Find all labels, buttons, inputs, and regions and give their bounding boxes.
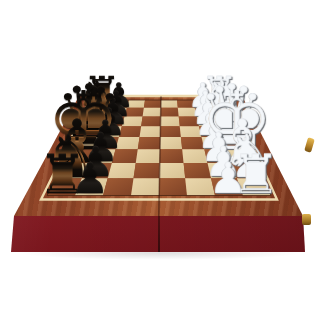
piece-shadow xyxy=(59,142,107,150)
piece-shadow xyxy=(231,171,267,179)
white-pawn: ♟ xyxy=(163,78,243,112)
black-pawn: ♟ xyxy=(61,127,141,168)
piece-shadow xyxy=(197,119,219,127)
piece-shadow xyxy=(77,187,103,195)
piece-shadow xyxy=(89,156,113,164)
black-pawn: ♟ xyxy=(65,115,145,154)
piece-shadow xyxy=(195,110,216,118)
white-pawn: ♟ xyxy=(168,94,248,131)
black-knight: ♞ xyxy=(30,127,110,186)
piece-shadow xyxy=(83,171,108,179)
piece-shadow xyxy=(109,101,129,109)
chess-set-product-photo: ♜♞♝♛♚♝♞♜♟♟♟♟♟♟♟♟♟♟♟♟♟♟♟♟♜♞♝♛♚♝♞♜ xyxy=(0,0,320,320)
white-bishop: ♝ xyxy=(187,80,267,134)
white-knight: ♞ xyxy=(209,127,289,186)
pieces-layer: ♜♞♝♛♚♝♞♜♟♟♟♟♟♟♟♟♟♟♟♟♟♟♟♟♜♞♝♛♚♝♞♜ xyxy=(0,0,320,320)
piece-shadow xyxy=(207,156,231,164)
piece-shadow xyxy=(59,156,95,164)
piece-shadow xyxy=(46,187,79,195)
black-pawn: ♟ xyxy=(73,94,153,131)
black-pawn: ♟ xyxy=(76,86,156,121)
piece-shadow xyxy=(52,171,88,179)
black-pawn: ♟ xyxy=(79,78,159,112)
white-bishop: ♝ xyxy=(202,112,282,172)
piece-shadow xyxy=(93,142,117,150)
white-pawn: ♟ xyxy=(165,86,245,121)
white-pawn: ♟ xyxy=(183,141,263,183)
black-queen: ♛ xyxy=(49,75,129,149)
piece-shadow xyxy=(224,156,260,164)
piece-shadow xyxy=(105,110,126,118)
piece-shadow xyxy=(83,110,113,118)
white-king: ♚ xyxy=(197,81,277,161)
black-bishop: ♝ xyxy=(37,112,117,172)
white-pawn: ♟ xyxy=(175,115,255,154)
piece-shadow xyxy=(98,130,121,138)
piece-shadow xyxy=(211,119,243,127)
black-rook: ♜ xyxy=(22,148,102,202)
piece-shadow xyxy=(67,130,111,138)
piece-shadow xyxy=(193,101,213,109)
piece-shadow xyxy=(211,171,236,179)
piece-shadow xyxy=(213,142,261,150)
black-knight: ♞ xyxy=(58,74,138,124)
piece-shadow xyxy=(89,101,115,109)
white-rook: ♜ xyxy=(180,71,260,114)
piece-shadow xyxy=(102,119,124,127)
white-rook: ♜ xyxy=(216,148,296,202)
white-knight: ♞ xyxy=(183,74,263,124)
white-pawn: ♟ xyxy=(188,157,268,200)
white-pawn: ♟ xyxy=(179,127,259,168)
piece-shadow xyxy=(208,110,238,118)
white-pawn: ♟ xyxy=(171,104,251,142)
black-king: ♚ xyxy=(43,81,123,161)
black-pawn: ♟ xyxy=(56,141,136,183)
black-rook: ♜ xyxy=(62,71,142,114)
piece-shadow xyxy=(200,130,223,138)
black-pawn: ♟ xyxy=(50,157,130,200)
piece-shadow xyxy=(78,119,110,127)
piece-shadow xyxy=(203,142,227,150)
white-queen: ♛ xyxy=(192,75,272,149)
black-bishop: ♝ xyxy=(54,80,134,134)
black-pawn: ♟ xyxy=(69,104,149,142)
piece-shadow xyxy=(210,130,254,138)
piece-shadow xyxy=(207,101,233,109)
piece-shadow xyxy=(215,187,241,195)
piece-shadow xyxy=(239,187,272,195)
